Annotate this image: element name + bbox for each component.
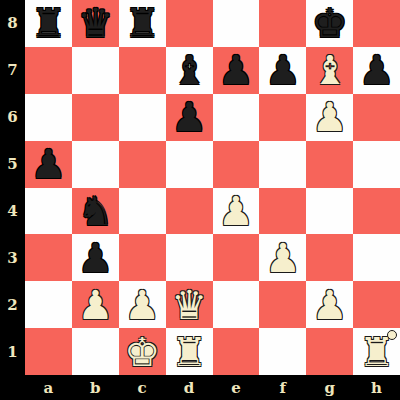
square-e6[interactable] (213, 94, 260, 141)
square-d5[interactable] (166, 141, 213, 188)
square-a4[interactable] (25, 188, 72, 235)
square-e1[interactable] (213, 328, 260, 375)
rank-labels: 87654321 (0, 0, 25, 375)
rank-label-2: 2 (0, 281, 25, 328)
square-b4[interactable]: ♞ (72, 188, 119, 235)
rank-label-6: 6 (0, 94, 25, 141)
square-f5[interactable] (259, 141, 306, 188)
square-a1[interactable] (25, 328, 72, 375)
piece-black-pawn[interactable]: ♟ (171, 94, 207, 140)
square-f8[interactable] (259, 0, 306, 47)
square-c7[interactable] (119, 47, 166, 94)
piece-white-king[interactable]: ♚ (124, 329, 160, 375)
square-f1[interactable] (259, 328, 306, 375)
square-a5[interactable]: ♟ (25, 141, 72, 188)
square-c1[interactable]: ♚ (119, 328, 166, 375)
piece-black-bishop[interactable]: ♝ (171, 47, 207, 93)
square-e7[interactable]: ♟ (213, 47, 260, 94)
piece-black-pawn[interactable]: ♟ (265, 47, 301, 93)
square-h1[interactable]: ♜ (353, 328, 400, 375)
square-g7[interactable]: ♝ (306, 47, 353, 94)
file-label-h: h (353, 375, 400, 400)
square-h5[interactable] (353, 141, 400, 188)
square-d2[interactable]: ♛ (166, 281, 213, 328)
square-d7[interactable]: ♝ (166, 47, 213, 94)
square-g2[interactable]: ♟ (306, 281, 353, 328)
square-e5[interactable] (213, 141, 260, 188)
square-b7[interactable] (72, 47, 119, 94)
rank-label-3: 3 (0, 234, 25, 281)
square-f6[interactable] (259, 94, 306, 141)
piece-black-knight[interactable]: ♞ (77, 188, 113, 234)
square-e2[interactable] (213, 281, 260, 328)
piece-white-pawn[interactable]: ♟ (265, 235, 301, 281)
square-f2[interactable] (259, 281, 306, 328)
square-h2[interactable] (353, 281, 400, 328)
circle-badge-h1 (387, 330, 397, 340)
board-frame: 87654321 ♜♛♜♚♝♟♟♝♟♟♟♟♞♟♟♟♟♟♛♟♚♜♜ abcdefg… (0, 0, 400, 400)
square-d4[interactable] (166, 188, 213, 235)
square-h3[interactable] (353, 234, 400, 281)
square-c4[interactable] (119, 188, 166, 235)
piece-white-queen[interactable]: ♛ (171, 282, 207, 328)
square-b6[interactable] (72, 94, 119, 141)
square-d8[interactable] (166, 0, 213, 47)
piece-black-queen[interactable]: ♛ (77, 0, 113, 46)
square-a8[interactable]: ♜ (25, 0, 72, 47)
square-c2[interactable]: ♟ (119, 281, 166, 328)
rank-label-7: 7 (0, 47, 25, 94)
square-d1[interactable]: ♜ (166, 328, 213, 375)
square-f4[interactable] (259, 188, 306, 235)
piece-black-pawn[interactable]: ♟ (218, 47, 254, 93)
piece-white-pawn[interactable]: ♟ (77, 282, 113, 328)
square-g3[interactable] (306, 234, 353, 281)
rank-label-5: 5 (0, 141, 25, 188)
square-c5[interactable] (119, 141, 166, 188)
square-c6[interactable] (119, 94, 166, 141)
square-c8[interactable]: ♜ (119, 0, 166, 47)
rank-label-1: 1 (0, 328, 25, 375)
piece-black-pawn[interactable]: ♟ (31, 141, 67, 187)
piece-black-pawn[interactable]: ♟ (359, 47, 395, 93)
square-d3[interactable] (166, 234, 213, 281)
square-a3[interactable] (25, 234, 72, 281)
piece-black-pawn[interactable]: ♟ (77, 235, 113, 281)
square-e3[interactable] (213, 234, 260, 281)
square-g4[interactable] (306, 188, 353, 235)
square-a7[interactable] (25, 47, 72, 94)
piece-black-rook[interactable]: ♜ (124, 0, 160, 46)
square-g6[interactable]: ♟ (306, 94, 353, 141)
square-e4[interactable]: ♟ (213, 188, 260, 235)
piece-white-pawn[interactable]: ♟ (218, 188, 254, 234)
square-h8[interactable] (353, 0, 400, 47)
square-a6[interactable] (25, 94, 72, 141)
square-h7[interactable]: ♟ (353, 47, 400, 94)
square-g5[interactable] (306, 141, 353, 188)
chess-board: ♜♛♜♚♝♟♟♝♟♟♟♟♞♟♟♟♟♟♛♟♚♜♜ (25, 0, 400, 375)
square-b1[interactable] (72, 328, 119, 375)
square-h4[interactable] (353, 188, 400, 235)
square-a2[interactable] (25, 281, 72, 328)
rank-label-8: 8 (0, 0, 25, 47)
piece-black-rook[interactable]: ♜ (31, 0, 67, 46)
square-h6[interactable] (353, 94, 400, 141)
file-label-b: b (72, 375, 119, 400)
square-g1[interactable] (306, 328, 353, 375)
square-f3[interactable]: ♟ (259, 234, 306, 281)
file-label-g: g (306, 375, 353, 400)
square-b5[interactable] (72, 141, 119, 188)
file-label-e: e (213, 375, 260, 400)
file-label-d: d (166, 375, 213, 400)
square-c3[interactable] (119, 234, 166, 281)
piece-white-rook[interactable]: ♜ (171, 329, 207, 375)
file-label-c: c (119, 375, 166, 400)
square-b2[interactable]: ♟ (72, 281, 119, 328)
square-b8[interactable]: ♛ (72, 0, 119, 47)
square-g8[interactable]: ♚ (306, 0, 353, 47)
square-e8[interactable] (213, 0, 260, 47)
file-label-f: f (259, 375, 306, 400)
piece-white-pawn[interactable]: ♟ (312, 282, 348, 328)
piece-white-pawn[interactable]: ♟ (312, 94, 348, 140)
file-labels: abcdefgh (25, 375, 400, 400)
square-b3[interactable]: ♟ (72, 234, 119, 281)
square-d6[interactable]: ♟ (166, 94, 213, 141)
piece-black-king[interactable]: ♚ (312, 0, 348, 46)
file-label-a: a (25, 375, 72, 400)
square-f7[interactable]: ♟ (259, 47, 306, 94)
piece-white-pawn[interactable]: ♟ (124, 282, 160, 328)
rank-label-4: 4 (0, 188, 25, 235)
piece-white-bishop[interactable]: ♝ (312, 47, 348, 93)
